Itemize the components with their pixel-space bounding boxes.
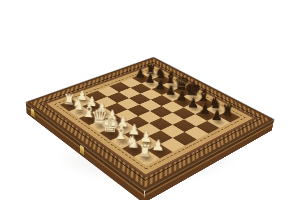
photo-backdrop: ♜♞♝♛♚♝♞♜♟♟♟♟♟♟♟♟♟♟♟♟♟♟♟♟♜♞♝♛♚♝♞♜ [0,0,300,200]
brass-clasp-icon [80,144,84,155]
brass-clasp-icon [31,108,35,118]
chess-set-scene: ♜♞♝♛♚♝♞♜♟♟♟♟♟♟♟♟♟♟♟♟♟♟♟♟♜♞♝♛♚♝♞♜ [0,0,300,200]
